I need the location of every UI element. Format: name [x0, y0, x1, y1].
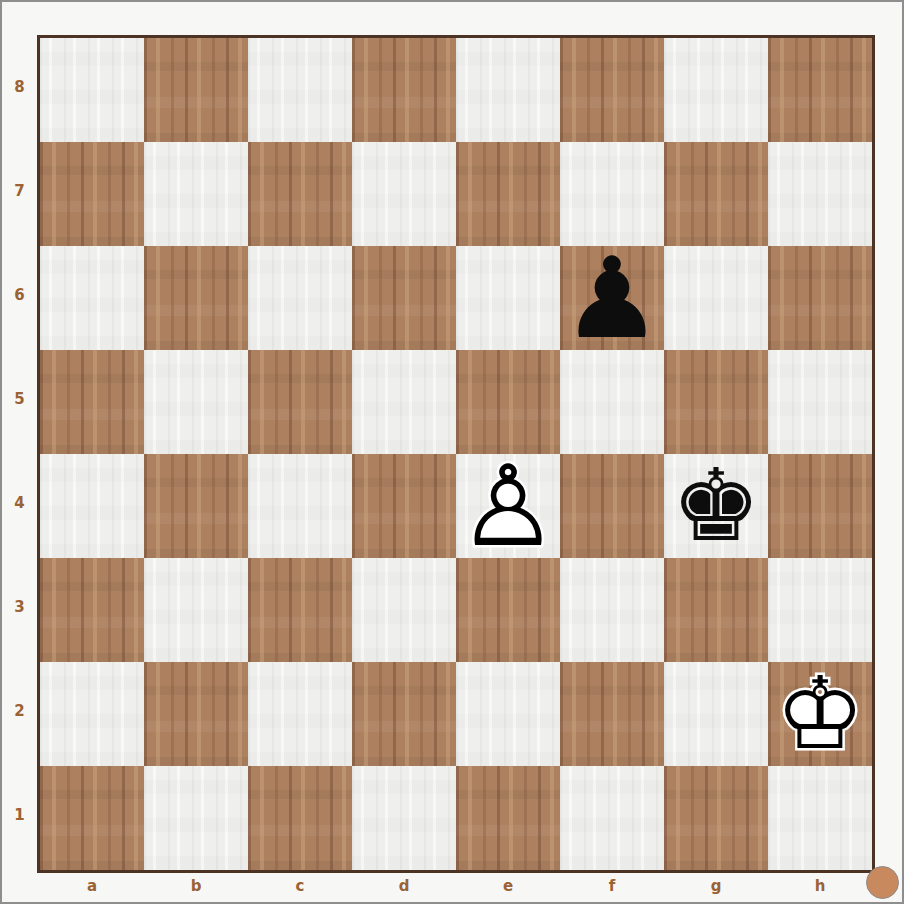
file-label-a: a	[40, 873, 144, 903]
square-h5[interactable]	[768, 350, 872, 454]
square-h2[interactable]: ♚♔	[768, 662, 872, 766]
square-f7[interactable]	[560, 142, 664, 246]
square-e5[interactable]	[456, 350, 560, 454]
square-e7[interactable]	[456, 142, 560, 246]
square-h8[interactable]	[768, 38, 872, 142]
square-d1[interactable]	[352, 766, 456, 870]
square-g2[interactable]	[664, 662, 768, 766]
rank-label-7: 7	[2, 139, 37, 243]
square-c4[interactable]	[248, 454, 352, 558]
square-b4[interactable]	[144, 454, 248, 558]
side-to-move-indicator-circle	[866, 866, 899, 899]
rank-label-5: 5	[2, 347, 37, 451]
square-g5[interactable]	[664, 350, 768, 454]
square-f5[interactable]	[560, 350, 664, 454]
square-c8[interactable]	[248, 38, 352, 142]
square-g1[interactable]	[664, 766, 768, 870]
white-king-piece[interactable]: ♚♔	[768, 662, 872, 766]
square-h1[interactable]	[768, 766, 872, 870]
square-a3[interactable]	[40, 558, 144, 662]
square-h3[interactable]	[768, 558, 872, 662]
square-d8[interactable]	[352, 38, 456, 142]
square-a2[interactable]	[40, 662, 144, 766]
chess-board-panel: ♟♟♙♚♚♔ 87654321 abcdefgh	[0, 0, 904, 904]
square-g6[interactable]	[664, 246, 768, 350]
square-b1[interactable]	[144, 766, 248, 870]
square-b8[interactable]	[144, 38, 248, 142]
file-label-d: d	[352, 873, 456, 903]
square-c6[interactable]	[248, 246, 352, 350]
file-label-f: f	[560, 873, 664, 903]
square-e1[interactable]	[456, 766, 560, 870]
rank-label-1: 1	[2, 763, 37, 867]
square-a4[interactable]	[40, 454, 144, 558]
square-c7[interactable]	[248, 142, 352, 246]
square-c2[interactable]	[248, 662, 352, 766]
square-f6[interactable]: ♟	[560, 246, 664, 350]
square-b7[interactable]	[144, 142, 248, 246]
file-label-b: b	[144, 873, 248, 903]
square-e2[interactable]	[456, 662, 560, 766]
piece-glyph: ♟	[560, 246, 664, 350]
square-c3[interactable]	[248, 558, 352, 662]
square-f2[interactable]	[560, 662, 664, 766]
square-c1[interactable]	[248, 766, 352, 870]
file-label-h: h	[768, 873, 872, 903]
square-d2[interactable]	[352, 662, 456, 766]
file-label-e: e	[456, 873, 560, 903]
black-pawn-piece[interactable]: ♟	[560, 246, 664, 350]
black-king-piece[interactable]: ♚	[664, 454, 768, 558]
square-d7[interactable]	[352, 142, 456, 246]
square-e4[interactable]: ♟♙	[456, 454, 560, 558]
square-b5[interactable]	[144, 350, 248, 454]
square-g4[interactable]: ♚	[664, 454, 768, 558]
rank-label-3: 3	[2, 555, 37, 659]
square-a1[interactable]	[40, 766, 144, 870]
square-b3[interactable]	[144, 558, 248, 662]
rank-label-6: 6	[2, 243, 37, 347]
piece-outline-glyph: ♙	[456, 454, 560, 558]
square-a8[interactable]	[40, 38, 144, 142]
rank-label-8: 8	[2, 35, 37, 139]
square-f4[interactable]	[560, 454, 664, 558]
square-a7[interactable]	[40, 142, 144, 246]
chess-board: ♟♟♙♚♚♔	[37, 35, 875, 873]
square-a5[interactable]	[40, 350, 144, 454]
square-g3[interactable]	[664, 558, 768, 662]
square-d5[interactable]	[352, 350, 456, 454]
square-e6[interactable]	[456, 246, 560, 350]
square-c5[interactable]	[248, 350, 352, 454]
square-f1[interactable]	[560, 766, 664, 870]
square-d4[interactable]	[352, 454, 456, 558]
square-d3[interactable]	[352, 558, 456, 662]
piece-outline-glyph: ♔	[768, 662, 872, 766]
square-f3[interactable]	[560, 558, 664, 662]
piece-glyph: ♚	[664, 454, 768, 558]
square-d6[interactable]	[352, 246, 456, 350]
square-b2[interactable]	[144, 662, 248, 766]
square-f8[interactable]	[560, 38, 664, 142]
square-h4[interactable]	[768, 454, 872, 558]
square-e8[interactable]	[456, 38, 560, 142]
square-e3[interactable]	[456, 558, 560, 662]
square-g7[interactable]	[664, 142, 768, 246]
square-g8[interactable]	[664, 38, 768, 142]
square-h6[interactable]	[768, 246, 872, 350]
rank-label-4: 4	[2, 451, 37, 555]
square-a6[interactable]	[40, 246, 144, 350]
square-b6[interactable]	[144, 246, 248, 350]
file-label-c: c	[248, 873, 352, 903]
white-pawn-piece[interactable]: ♟♙	[456, 454, 560, 558]
file-label-g: g	[664, 873, 768, 903]
rank-label-2: 2	[2, 659, 37, 763]
square-h7[interactable]	[768, 142, 872, 246]
